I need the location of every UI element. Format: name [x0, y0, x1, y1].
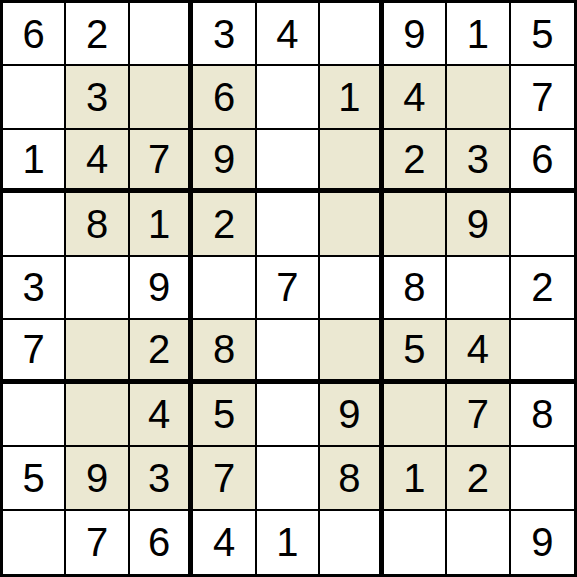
cell-r3c4[interactable]: 9: [193, 130, 256, 193]
cell-r2c8[interactable]: [447, 66, 510, 129]
cell-r2c6[interactable]: 1: [320, 66, 383, 129]
cell-r1c9[interactable]: 5: [511, 3, 574, 66]
cell-r9c2[interactable]: 7: [66, 511, 129, 574]
cell-r6c2[interactable]: [66, 320, 129, 383]
cell-r6c1[interactable]: 7: [3, 320, 66, 383]
cell-r2c9[interactable]: 7: [511, 66, 574, 129]
cell-r3c8[interactable]: 3: [447, 130, 510, 193]
cell-r8c3[interactable]: 3: [130, 447, 193, 510]
cell-r3c2[interactable]: 4: [66, 130, 129, 193]
cell-r7c7[interactable]: [384, 384, 447, 447]
cell-r7c2[interactable]: [66, 384, 129, 447]
cell-r1c3[interactable]: [130, 3, 193, 66]
cell-r8c9[interactable]: [511, 447, 574, 510]
cell-r2c7[interactable]: 4: [384, 66, 447, 129]
cell-r1c5[interactable]: 4: [257, 3, 320, 66]
cell-r8c8[interactable]: 2: [447, 447, 510, 510]
cell-r9c8[interactable]: [447, 511, 510, 574]
cell-r1c7[interactable]: 9: [384, 3, 447, 66]
cell-r6c3[interactable]: 2: [130, 320, 193, 383]
cell-r3c6[interactable]: [320, 130, 383, 193]
cell-r4c2[interactable]: 8: [66, 193, 129, 256]
cell-r9c7[interactable]: [384, 511, 447, 574]
cell-r1c4[interactable]: 3: [193, 3, 256, 66]
cell-r6c8[interactable]: 4: [447, 320, 510, 383]
cell-r2c5[interactable]: [257, 66, 320, 129]
cell-r5c5[interactable]: 7: [257, 257, 320, 320]
cell-r4c5[interactable]: [257, 193, 320, 256]
cell-r4c1[interactable]: [3, 193, 66, 256]
cell-r3c5[interactable]: [257, 130, 320, 193]
cell-r5c1[interactable]: 3: [3, 257, 66, 320]
cell-r5c3[interactable]: 9: [130, 257, 193, 320]
cell-r4c9[interactable]: [511, 193, 574, 256]
cell-r3c3[interactable]: 7: [130, 130, 193, 193]
cell-r3c9[interactable]: 6: [511, 130, 574, 193]
sudoku-board: 6234915361471479236812939782728544597859…: [0, 0, 577, 577]
cell-r7c8[interactable]: 7: [447, 384, 510, 447]
cell-r6c9[interactable]: [511, 320, 574, 383]
cell-r8c6[interactable]: 8: [320, 447, 383, 510]
cell-r3c7[interactable]: 2: [384, 130, 447, 193]
cell-r6c4[interactable]: 8: [193, 320, 256, 383]
cell-r7c3[interactable]: 4: [130, 384, 193, 447]
cell-r4c7[interactable]: [384, 193, 447, 256]
cell-r4c8[interactable]: 9: [447, 193, 510, 256]
cell-r4c3[interactable]: 1: [130, 193, 193, 256]
cell-r7c5[interactable]: [257, 384, 320, 447]
cell-r2c4[interactable]: 6: [193, 66, 256, 129]
cell-r1c6[interactable]: [320, 3, 383, 66]
cell-r9c6[interactable]: [320, 511, 383, 574]
cell-r1c8[interactable]: 1: [447, 3, 510, 66]
cell-r6c5[interactable]: [257, 320, 320, 383]
cell-r5c8[interactable]: [447, 257, 510, 320]
cell-r2c3[interactable]: [130, 66, 193, 129]
cell-r7c9[interactable]: 8: [511, 384, 574, 447]
cell-r7c1[interactable]: [3, 384, 66, 447]
cell-r6c6[interactable]: [320, 320, 383, 383]
cell-r8c5[interactable]: [257, 447, 320, 510]
cell-r3c1[interactable]: 1: [3, 130, 66, 193]
cell-r5c2[interactable]: [66, 257, 129, 320]
cell-r9c4[interactable]: 4: [193, 511, 256, 574]
cell-r8c4[interactable]: 7: [193, 447, 256, 510]
cell-r6c7[interactable]: 5: [384, 320, 447, 383]
cell-r5c6[interactable]: [320, 257, 383, 320]
cell-r7c4[interactable]: 5: [193, 384, 256, 447]
cell-r7c6[interactable]: 9: [320, 384, 383, 447]
cell-r5c7[interactable]: 8: [384, 257, 447, 320]
cell-r2c2[interactable]: 3: [66, 66, 129, 129]
cell-r5c4[interactable]: [193, 257, 256, 320]
cell-r4c6[interactable]: [320, 193, 383, 256]
cell-r9c3[interactable]: 6: [130, 511, 193, 574]
cell-r9c5[interactable]: 1: [257, 511, 320, 574]
cell-r8c1[interactable]: 5: [3, 447, 66, 510]
cell-r9c1[interactable]: [3, 511, 66, 574]
cell-r1c1[interactable]: 6: [3, 3, 66, 66]
cell-r5c9[interactable]: 2: [511, 257, 574, 320]
cell-r9c9[interactable]: 9: [511, 511, 574, 574]
cell-r4c4[interactable]: 2: [193, 193, 256, 256]
cell-r1c2[interactable]: 2: [66, 3, 129, 66]
cell-r2c1[interactable]: [3, 66, 66, 129]
cell-r8c7[interactable]: 1: [384, 447, 447, 510]
cell-r8c2[interactable]: 9: [66, 447, 129, 510]
